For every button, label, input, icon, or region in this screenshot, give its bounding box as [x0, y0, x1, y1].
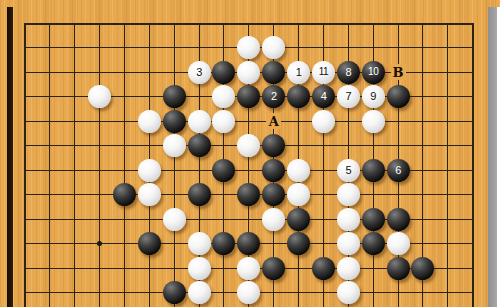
black-stone [262, 257, 285, 280]
white-stone-move-5: 5 [337, 159, 360, 182]
go-board-screenshot: 3111810247956AB [0, 0, 500, 307]
black-stone [237, 183, 260, 206]
black-stone-move-8: 8 [337, 61, 360, 84]
white-stone [337, 281, 360, 304]
board-left-edge [7, 7, 13, 307]
white-stone [88, 85, 111, 108]
black-stone [237, 85, 260, 108]
white-stone [138, 110, 161, 133]
white-stone [163, 208, 186, 231]
white-stone [312, 110, 335, 133]
white-stone [262, 36, 285, 59]
white-stone [138, 159, 161, 182]
grid-line-vertical [49, 23, 50, 307]
black-stone [387, 208, 410, 231]
grid-line-vertical [124, 23, 125, 307]
black-stone-move-4: 4 [312, 85, 335, 108]
move-number: 5 [345, 165, 351, 176]
black-stone [212, 61, 235, 84]
white-stone [337, 232, 360, 255]
black-stone [287, 232, 310, 255]
grid-line-vertical [74, 23, 75, 307]
white-stone [387, 232, 410, 255]
white-stone [337, 257, 360, 280]
white-stone-move-7: 7 [337, 85, 360, 108]
black-stone [237, 232, 260, 255]
white-stone-move-11: 11 [312, 61, 335, 84]
grid-line-vertical [447, 23, 448, 307]
black-stone [362, 232, 385, 255]
grid-line-vertical [24, 23, 26, 307]
grid-line-horizontal [24, 121, 474, 122]
white-stone [287, 183, 310, 206]
black-stone [113, 183, 136, 206]
move-number: 8 [345, 67, 351, 78]
black-stone-move-10: 10 [362, 61, 385, 84]
move-number: 9 [370, 91, 376, 102]
white-stone [237, 61, 260, 84]
white-stone-move-9: 9 [362, 85, 385, 108]
black-stone [362, 208, 385, 231]
black-stone [212, 232, 235, 255]
white-stone-move-1: 1 [287, 61, 310, 84]
black-stone [163, 110, 186, 133]
black-stone [262, 159, 285, 182]
black-stone [212, 159, 235, 182]
black-stone [188, 183, 211, 206]
move-number: 10 [368, 67, 378, 77]
white-stone [212, 110, 235, 133]
grid-line-vertical [472, 23, 474, 307]
black-stone [262, 61, 285, 84]
black-stone [312, 257, 335, 280]
move-number: 11 [319, 67, 328, 77]
point-label-B: B [391, 64, 406, 80]
black-stone [387, 85, 410, 108]
grid-line-vertical [99, 23, 100, 307]
white-stone-move-3: 3 [188, 61, 211, 84]
grid-line-horizontal [24, 23, 474, 25]
black-stone [287, 85, 310, 108]
move-number: 7 [345, 91, 351, 102]
white-stone [188, 257, 211, 280]
black-stone [287, 208, 310, 231]
move-number: 6 [395, 165, 401, 176]
move-number: 2 [271, 91, 277, 102]
white-stone [362, 110, 385, 133]
white-stone [237, 257, 260, 280]
black-stone [262, 134, 285, 157]
board-right-shadow [488, 7, 497, 307]
white-stone [188, 281, 211, 304]
black-stone [387, 257, 410, 280]
black-stone-move-2: 2 [262, 85, 285, 108]
white-stone [262, 208, 285, 231]
move-number: 1 [296, 67, 302, 78]
black-stone [163, 281, 186, 304]
black-stone [138, 232, 161, 255]
black-stone [188, 134, 211, 157]
white-stone [237, 36, 260, 59]
grid-line-vertical [174, 23, 175, 307]
white-stone [138, 183, 161, 206]
white-stone [337, 183, 360, 206]
white-stone [188, 232, 211, 255]
point-label-A: A [266, 113, 281, 129]
white-stone [287, 159, 310, 182]
black-stone [163, 85, 186, 108]
black-stone [411, 257, 434, 280]
white-stone [163, 134, 186, 157]
black-stone-move-6: 6 [387, 159, 410, 182]
white-stone [188, 110, 211, 133]
black-stone [362, 159, 385, 182]
white-stone [237, 281, 260, 304]
black-stone [262, 183, 285, 206]
move-number: 4 [321, 91, 327, 102]
white-stone [212, 85, 235, 108]
move-number: 3 [196, 67, 202, 78]
white-stone [337, 208, 360, 231]
white-stone [237, 134, 260, 157]
star-point [97, 241, 102, 246]
